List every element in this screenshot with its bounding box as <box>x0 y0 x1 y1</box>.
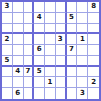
cell-r5c2[interactable] <box>13 45 24 56</box>
cell-r2c7[interactable]: 5 <box>67 13 78 24</box>
cell-r1c3[interactable] <box>24 2 35 13</box>
cell-r2c9[interactable] <box>88 13 99 24</box>
cell-r9c4[interactable] <box>34 88 45 99</box>
cell-r4c1[interactable]: 2 <box>2 34 13 45</box>
cell-r4c8[interactable]: 1 <box>77 34 88 45</box>
cell-r1c6[interactable] <box>56 2 67 13</box>
cell-r9c1[interactable] <box>2 88 13 99</box>
cell-r7c6[interactable] <box>56 67 67 78</box>
cell-r3c9[interactable] <box>88 24 99 35</box>
cell-r6c2[interactable] <box>13 56 24 67</box>
cell-r3c1[interactable] <box>2 24 13 35</box>
cell-r9c2[interactable]: 6 <box>13 88 24 99</box>
cell-r3c5[interactable] <box>45 24 56 35</box>
cell-r9c6[interactable] <box>56 88 67 99</box>
cell-r8c8[interactable] <box>77 77 88 88</box>
cell-r8c1[interactable] <box>2 77 13 88</box>
cell-r3c8[interactable] <box>77 24 88 35</box>
cell-r6c6[interactable] <box>56 56 67 67</box>
cell-r2c2[interactable] <box>13 13 24 24</box>
cell-r9c3[interactable] <box>24 88 35 99</box>
sudoku-board: 38452316754751263 <box>0 0 101 101</box>
cell-r1c1[interactable]: 3 <box>2 2 13 13</box>
cell-r1c4[interactable] <box>34 2 45 13</box>
cell-r6c9[interactable] <box>88 56 99 67</box>
cell-r1c8[interactable] <box>77 2 88 13</box>
cell-r8c5[interactable]: 1 <box>45 77 56 88</box>
cell-r2c4[interactable]: 4 <box>34 13 45 24</box>
cell-r5c3[interactable] <box>24 45 35 56</box>
cell-r1c5[interactable] <box>45 2 56 13</box>
cell-r4c3[interactable] <box>24 34 35 45</box>
cell-r2c3[interactable] <box>24 13 35 24</box>
cell-r8c2[interactable] <box>13 77 24 88</box>
cell-r9c5[interactable] <box>45 88 56 99</box>
cell-r7c9[interactable] <box>88 67 99 78</box>
cell-r5c7[interactable]: 7 <box>67 45 78 56</box>
cell-r4c2[interactable] <box>13 34 24 45</box>
cell-r3c7[interactable] <box>67 24 78 35</box>
cell-r7c1[interactable] <box>2 67 13 78</box>
cell-r4c6[interactable]: 3 <box>56 34 67 45</box>
cell-r4c9[interactable] <box>88 34 99 45</box>
cell-r6c3[interactable] <box>24 56 35 67</box>
cell-r7c4[interactable]: 5 <box>34 67 45 78</box>
cell-r3c3[interactable] <box>24 24 35 35</box>
cell-r8c3[interactable] <box>24 77 35 88</box>
cell-r5c9[interactable] <box>88 45 99 56</box>
cell-r7c2[interactable]: 4 <box>13 67 24 78</box>
cell-r2c1[interactable] <box>2 13 13 24</box>
cell-r8c6[interactable] <box>56 77 67 88</box>
cell-r5c5[interactable] <box>45 45 56 56</box>
cell-r3c2[interactable] <box>13 24 24 35</box>
cell-r5c8[interactable] <box>77 45 88 56</box>
cell-r5c6[interactable] <box>56 45 67 56</box>
cell-r2c6[interactable] <box>56 13 67 24</box>
cell-r1c9[interactable]: 8 <box>88 2 99 13</box>
cell-r3c4[interactable] <box>34 24 45 35</box>
cell-r7c3[interactable]: 7 <box>24 67 35 78</box>
cell-r7c8[interactable] <box>77 67 88 78</box>
cell-r2c8[interactable] <box>77 13 88 24</box>
cell-r9c9[interactable] <box>88 88 99 99</box>
cell-r9c7[interactable] <box>67 88 78 99</box>
cell-r6c7[interactable] <box>67 56 78 67</box>
cell-r8c7[interactable] <box>67 77 78 88</box>
cell-r5c4[interactable]: 6 <box>34 45 45 56</box>
cell-r6c1[interactable]: 5 <box>2 56 13 67</box>
cell-r4c7[interactable] <box>67 34 78 45</box>
cell-r6c4[interactable] <box>34 56 45 67</box>
sudoku-app: 38452316754751263 <box>0 0 101 101</box>
cell-r5c1[interactable] <box>2 45 13 56</box>
cell-r3c6[interactable] <box>56 24 67 35</box>
cell-r4c5[interactable] <box>45 34 56 45</box>
cell-r8c9[interactable]: 2 <box>88 77 99 88</box>
cell-r1c7[interactable] <box>67 2 78 13</box>
cell-r2c5[interactable] <box>45 13 56 24</box>
cell-r6c8[interactable] <box>77 56 88 67</box>
cell-r6c5[interactable] <box>45 56 56 67</box>
cell-r9c8[interactable]: 3 <box>77 88 88 99</box>
cell-r8c4[interactable] <box>34 77 45 88</box>
cell-r7c7[interactable] <box>67 67 78 78</box>
cell-r4c4[interactable] <box>34 34 45 45</box>
cell-r7c5[interactable] <box>45 67 56 78</box>
cell-r1c2[interactable] <box>13 2 24 13</box>
